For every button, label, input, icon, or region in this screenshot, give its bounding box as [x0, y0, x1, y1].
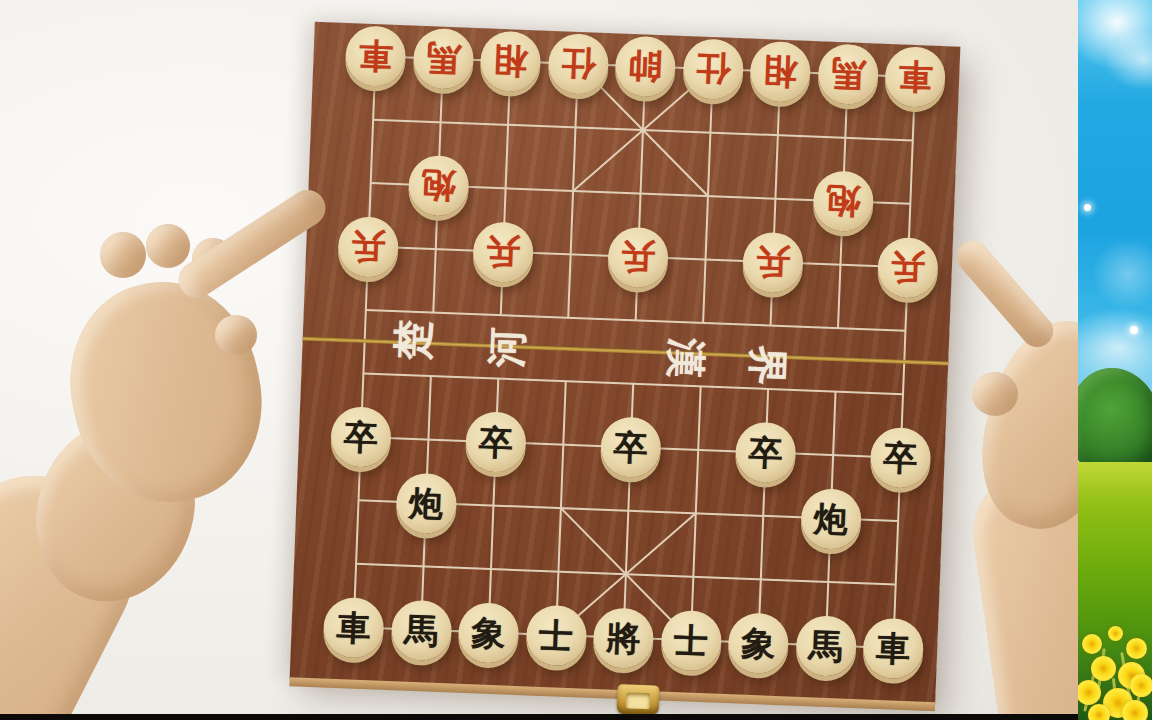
flower: [1108, 626, 1123, 641]
piece-glyph: 卒: [613, 417, 649, 478]
piece-glyph: 車: [897, 46, 933, 107]
piece-glyph: 馬: [403, 599, 439, 660]
piece-glyph: 士: [673, 610, 709, 671]
piece-glyph: 卒: [882, 427, 918, 488]
piece-glyph: 車: [336, 597, 372, 658]
tree: [1078, 368, 1152, 476]
photo-area: 楚 河 漢 界 車馬相仕帥仕相馬車炮炮兵兵兵兵兵卒卒卒卒卒炮炮車馬象士將士象馬車: [0, 0, 1078, 720]
piece-glyph: 士: [538, 604, 574, 665]
piece-glyph: 炮: [420, 155, 456, 216]
piece-glyph: 象: [470, 602, 506, 663]
piece-glyph: 兵: [755, 231, 791, 292]
flower: [1126, 638, 1147, 659]
flower: [1130, 674, 1152, 697]
sparkle: [1130, 326, 1138, 334]
piece-glyph: 相: [492, 31, 528, 92]
left-thumb: [215, 315, 257, 355]
piece-glyph: 卒: [478, 411, 514, 472]
bottom-black-bar: [0, 714, 1078, 720]
left-knuckle-1: [100, 232, 146, 278]
piece-glyph: 炮: [408, 472, 444, 533]
piece-glyph: 仕: [560, 33, 596, 94]
piece-glyph: 馬: [808, 615, 844, 676]
piece-glyph: 車: [875, 617, 911, 678]
piece-glyph: 兵: [890, 237, 926, 298]
flower: [1091, 656, 1116, 681]
piece-glyph: 象: [740, 612, 776, 673]
river-label-he: 河: [482, 323, 532, 373]
piece-glyph: 兵: [350, 216, 386, 277]
piece-glyph: 將: [605, 607, 641, 668]
river-label-chu: 楚: [388, 315, 438, 365]
piece-glyph: 兵: [485, 221, 521, 282]
piece-glyph: 兵: [620, 226, 656, 287]
piece-glyph: 卒: [748, 422, 784, 483]
piece-glyph: 仕: [695, 39, 731, 100]
piece-glyph: 炮: [825, 171, 861, 232]
flower: [1088, 704, 1110, 720]
river-label-han: 漢: [661, 333, 711, 383]
video-frame: 楚 河 漢 界 車馬相仕帥仕相馬車炮炮兵兵兵兵兵卒卒卒卒卒炮炮車馬象士將士象馬車: [0, 0, 1152, 720]
piece-glyph: 卒: [343, 406, 379, 467]
river-label-jie: 界: [743, 341, 793, 391]
right-thumb: [972, 372, 1018, 416]
piece-glyph: 相: [762, 41, 798, 102]
left-knuckle-2: [146, 224, 190, 268]
piece-glyph: 車: [357, 26, 393, 87]
brass-clasp: [617, 684, 660, 716]
piece-glyph: 帥: [627, 36, 663, 97]
sparkle: [1084, 204, 1091, 211]
right-index-finger: [950, 234, 1059, 353]
piece-glyph: 馬: [425, 28, 461, 89]
piece-glyph: 炮: [813, 488, 849, 549]
flower: [1082, 634, 1102, 654]
piece-glyph: 馬: [830, 44, 866, 105]
scenery-strip: [1078, 0, 1152, 720]
flower: [1122, 700, 1148, 720]
xiangqi-board: 楚 河 漢 界 車馬相仕帥仕相馬車炮炮兵兵兵兵兵卒卒卒卒卒炮炮車馬象士將士象馬車: [290, 22, 961, 704]
